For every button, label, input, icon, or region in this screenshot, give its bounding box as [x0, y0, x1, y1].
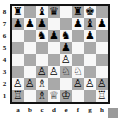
square-c1[interactable]: ♗ [36, 90, 48, 102]
square-a1[interactable]: ♖ [12, 90, 24, 102]
square-f5[interactable] [72, 42, 84, 54]
rank-label-3: 3 [0, 66, 9, 78]
square-h4[interactable] [96, 54, 108, 66]
square-f2[interactable]: ♙ [72, 78, 84, 90]
square-g4[interactable] [84, 54, 96, 66]
black-pawn: ♟ [49, 30, 59, 42]
rank-label-5: 5 [0, 42, 9, 54]
white-bishop: ♗ [37, 78, 47, 90]
square-b4[interactable] [24, 54, 36, 66]
black-king: ♚ [85, 6, 95, 18]
square-d2[interactable] [48, 78, 60, 90]
square-a2[interactable]: ♙ [12, 78, 24, 90]
file-label-c: c [36, 105, 48, 115]
square-e5[interactable]: ♟ [60, 42, 72, 54]
white-pawn: ♙ [85, 78, 95, 90]
white-queen: ♕ [49, 90, 59, 102]
white-knight: ♘ [61, 66, 71, 78]
rank-label-6: 6 [0, 30, 9, 42]
square-f8[interactable]: ♜ [72, 6, 84, 18]
file-label-f: f [72, 105, 84, 115]
black-pawn: ♟ [61, 42, 71, 54]
white-knight: ♘ [73, 66, 83, 78]
file-label-g: g [84, 105, 96, 115]
rank-label-4: 4 [0, 54, 9, 66]
square-h7[interactable]: ♟ [96, 18, 108, 30]
square-g8[interactable]: ♚ [84, 6, 96, 18]
chess-diagram: 87654321 ♜♝♛♜♚♟♟♟♟♝♟♞♟♞♟♟♙♙♙♘♘♙♙♗♙♙♙♖♗♕♔… [0, 0, 118, 118]
square-h1[interactable]: ♖ [96, 90, 108, 102]
square-c4[interactable] [36, 54, 48, 66]
square-g3[interactable] [84, 66, 96, 78]
black-knight: ♞ [37, 30, 47, 42]
square-d5[interactable] [48, 42, 60, 54]
black-pawn: ♟ [25, 18, 35, 30]
square-d1[interactable]: ♕ [48, 90, 60, 102]
white-king: ♔ [61, 90, 71, 102]
square-c5[interactable] [36, 42, 48, 54]
rank-label-2: 2 [0, 78, 9, 90]
square-c8[interactable]: ♝ [36, 6, 48, 18]
white-rook: ♖ [13, 90, 23, 102]
square-c6[interactable]: ♞ [36, 30, 48, 42]
white-rook: ♖ [97, 90, 107, 102]
file-labels: abcdefgh [12, 105, 108, 115]
square-d7[interactable] [48, 18, 60, 30]
square-b2[interactable]: ♙ [24, 78, 36, 90]
square-g6[interactable]: ♟ [84, 30, 96, 42]
square-b8[interactable] [24, 6, 36, 18]
white-pawn: ♙ [49, 66, 59, 78]
white-pawn: ♙ [37, 66, 47, 78]
square-f7[interactable]: ♟ [72, 18, 84, 30]
rank-label-1: 1 [0, 90, 9, 102]
rank-label-8: 8 [0, 6, 9, 18]
square-b7[interactable]: ♟ [24, 18, 36, 30]
square-b6[interactable] [24, 30, 36, 42]
square-e8[interactable] [60, 6, 72, 18]
white-bishop: ♗ [37, 90, 47, 102]
black-queen: ♛ [49, 6, 59, 18]
chess-board: ♜♝♛♜♚♟♟♟♟♝♟♞♟♞♟♟♙♙♙♘♘♙♙♗♙♙♙♖♗♕♔♖ [10, 4, 110, 104]
black-pawn: ♟ [37, 18, 47, 30]
square-b5[interactable] [24, 42, 36, 54]
white-pawn: ♙ [73, 78, 83, 90]
black-pawn: ♟ [97, 18, 107, 30]
square-a8[interactable]: ♜ [12, 6, 24, 18]
square-a4[interactable] [12, 54, 24, 66]
black-knight: ♞ [61, 30, 71, 42]
square-c2[interactable]: ♗ [36, 78, 48, 90]
file-label-a: a [12, 105, 24, 115]
rank-label-7: 7 [0, 18, 9, 30]
square-a6[interactable] [12, 30, 24, 42]
white-pawn: ♙ [61, 54, 71, 66]
square-a7[interactable]: ♟ [12, 18, 24, 30]
file-label-h: h [96, 105, 108, 115]
black-rook: ♜ [73, 6, 83, 18]
square-f1[interactable] [72, 90, 84, 102]
square-b3[interactable] [24, 66, 36, 78]
square-e3[interactable]: ♘ [60, 66, 72, 78]
square-h6[interactable] [96, 30, 108, 42]
square-c7[interactable]: ♟ [36, 18, 48, 30]
square-g2[interactable]: ♙ [84, 78, 96, 90]
board-shadow-corner [108, 108, 118, 118]
square-h5[interactable] [96, 42, 108, 54]
square-d4[interactable] [48, 54, 60, 66]
square-f3[interactable]: ♘ [72, 66, 84, 78]
file-label-b: b [24, 105, 36, 115]
square-h3[interactable] [96, 66, 108, 78]
square-g5[interactable] [84, 42, 96, 54]
black-bishop: ♝ [85, 18, 95, 30]
square-a3[interactable] [12, 66, 24, 78]
white-pawn: ♙ [97, 78, 107, 90]
square-e4[interactable]: ♙ [60, 54, 72, 66]
square-b1[interactable] [24, 90, 36, 102]
file-label-d: d [48, 105, 60, 115]
square-e7[interactable] [60, 18, 72, 30]
square-d6[interactable]: ♟ [48, 30, 60, 42]
rank-labels: 87654321 [0, 6, 9, 102]
square-d3[interactable]: ♙ [48, 66, 60, 78]
square-a5[interactable] [12, 42, 24, 54]
black-rook: ♜ [13, 6, 23, 18]
white-pawn: ♙ [25, 78, 35, 90]
black-pawn: ♟ [13, 18, 23, 30]
black-pawn: ♟ [73, 18, 83, 30]
square-e1[interactable]: ♔ [60, 90, 72, 102]
white-pawn: ♙ [13, 78, 23, 90]
square-h8[interactable] [96, 6, 108, 18]
black-pawn: ♟ [85, 30, 95, 42]
black-bishop: ♝ [37, 6, 47, 18]
square-g7[interactable]: ♝ [84, 18, 96, 30]
square-f4[interactable] [72, 54, 84, 66]
square-g1[interactable] [84, 90, 96, 102]
square-h2[interactable]: ♙ [96, 78, 108, 90]
square-f6[interactable] [72, 30, 84, 42]
square-e2[interactable] [60, 78, 72, 90]
square-e6[interactable]: ♞ [60, 30, 72, 42]
file-label-e: e [60, 105, 72, 115]
square-c3[interactable]: ♙ [36, 66, 48, 78]
square-d8[interactable]: ♛ [48, 6, 60, 18]
